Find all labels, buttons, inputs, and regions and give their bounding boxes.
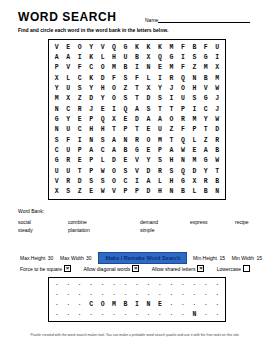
grid-cell: F — [108, 73, 119, 83]
option-force-to-be-square: Force to be square× — [20, 265, 71, 272]
grid-cell: T — [131, 83, 142, 93]
preview-empty-cell: · — [177, 309, 188, 319]
grid-cell: W — [97, 187, 108, 197]
grid-cell: T — [74, 166, 85, 176]
grid-cell: Q — [108, 42, 119, 52]
checkbox-label: Force to be square — [20, 266, 62, 272]
grid-cell: B — [212, 145, 223, 155]
grid-cell: U — [120, 52, 131, 62]
word-bank-word: combine — [68, 218, 140, 226]
grid-cell: U — [62, 125, 73, 135]
grid-cell: R — [62, 156, 73, 166]
preview-letter-cell: N — [143, 300, 154, 310]
preview-empty-cell: · — [74, 309, 85, 319]
preview-empty-cell: · — [166, 280, 177, 290]
preview-empty-cell: · — [62, 290, 73, 300]
grid-cell: V — [51, 176, 62, 186]
grid-cell: H — [85, 125, 96, 135]
min-height-control: Min Height 15 — [193, 255, 226, 261]
grid-cell: S — [166, 166, 177, 176]
grid-cell: J — [212, 104, 223, 114]
grid-cell: P — [120, 125, 131, 135]
grid-cell: V — [62, 63, 73, 73]
grid-cell: B — [200, 187, 211, 197]
grid-cell: L — [97, 156, 108, 166]
name-label: Name — [145, 17, 158, 23]
grid-cell: T — [212, 166, 223, 176]
grid-cell: I — [131, 63, 142, 73]
word-bank-word: simple — [140, 226, 190, 234]
grid-cell: G — [51, 156, 62, 166]
max-height-control: Max Height 30 — [20, 255, 54, 261]
grid-cell: B — [120, 63, 131, 73]
grid-cell: G — [166, 52, 177, 62]
preview-empty-cell: · — [131, 309, 142, 319]
grid-cell: L — [143, 73, 154, 83]
grid-cell: E — [62, 42, 73, 52]
preview-empty-cell: · — [51, 309, 62, 319]
page-title: WORD SEARCH — [18, 10, 117, 24]
grid-cell: Y — [85, 83, 96, 93]
grid-cell: G — [51, 114, 62, 124]
word-bank-column: recipe — [235, 218, 252, 234]
grid-cell: R — [166, 73, 177, 83]
word-bank-word: steady — [18, 226, 68, 234]
word-bank-columns: socialsteadycombineplantationdemandsimpl… — [18, 218, 252, 234]
grid-cell: H — [97, 125, 108, 135]
grid-cell: B — [177, 187, 188, 197]
grid-cell: O — [166, 114, 177, 124]
preview-empty-cell: · — [154, 290, 165, 300]
grid-cell: X — [143, 83, 154, 93]
grid-cell: M — [189, 156, 200, 166]
grid-cell: V — [51, 42, 62, 52]
grid-cell: A — [154, 114, 165, 124]
grid-cell: M — [108, 63, 119, 73]
grid-cell: G — [131, 145, 142, 155]
grid-cell: L — [154, 176, 165, 186]
grid-cell: O — [108, 166, 119, 176]
grid-cell: S — [51, 135, 62, 145]
preview-empty-cell: · — [154, 280, 165, 290]
grid-cell: H — [189, 83, 200, 93]
min-width-control: Min Width 15 — [232, 255, 263, 261]
grid-cell: C — [51, 145, 62, 155]
grid-cell: C — [200, 104, 211, 114]
grid-cell: F — [74, 63, 85, 73]
grid-cell: N — [212, 187, 223, 197]
grid-cell: F — [62, 135, 73, 145]
min-height-label: Min Height — [193, 255, 217, 261]
grid-cell: V — [131, 166, 142, 176]
grid-cell: L — [62, 73, 73, 83]
preview-letter-cell: M — [108, 300, 119, 310]
instructions-text: Find and circle each word in the word ba… — [18, 27, 168, 33]
grid-cell: D — [143, 187, 154, 197]
preview-empty-cell: · — [200, 280, 211, 290]
grid-cell: X — [143, 52, 154, 62]
grid-cell: Y — [97, 94, 108, 104]
grid-cell: I — [189, 104, 200, 114]
grid-cell: R — [212, 135, 223, 145]
preview-empty-cell: · — [200, 309, 211, 319]
name-blank-line — [158, 16, 250, 23]
grid-cell: M — [166, 42, 177, 52]
grid-cell: P — [85, 166, 96, 176]
grid-cell: T — [108, 125, 119, 135]
grid-cell: U — [154, 125, 165, 135]
grid-cell: N — [51, 104, 62, 114]
grid-cell: U — [62, 166, 73, 176]
grid-cell: Q — [177, 135, 188, 145]
preview-empty-cell: · — [177, 280, 188, 290]
grid-cell: W — [212, 156, 223, 166]
grid-cell: I — [131, 176, 142, 186]
preview-empty-cell: · — [189, 290, 200, 300]
grid-cell: E — [74, 156, 85, 166]
grid-cell: N — [85, 135, 96, 145]
word-bank-column: demandsimple — [140, 218, 190, 234]
grid-cell: S — [120, 166, 131, 176]
grid-cell: K — [85, 52, 96, 62]
grid-cell: F — [177, 125, 188, 135]
preview-empty-cell: · — [131, 290, 142, 300]
grid-cell: N — [143, 63, 154, 73]
preview-empty-cell: · — [200, 300, 211, 310]
grid-cell: C — [74, 73, 85, 83]
word-bank-word: social — [18, 218, 68, 226]
grid-cell: T — [166, 135, 177, 145]
grid-cell: A — [166, 145, 177, 155]
grid-cell: D — [189, 166, 200, 176]
grid-cell: S — [120, 94, 131, 104]
grid-cell: T — [154, 104, 165, 114]
grid-cell: Y — [200, 114, 211, 124]
max-width-value: 30 — [86, 255, 92, 261]
grid-cell: R — [154, 166, 165, 176]
preview-empty-cell: · — [85, 280, 96, 290]
max-height-value: 30 — [48, 255, 54, 261]
grid-cell: G — [200, 94, 211, 104]
footer-attribution: Puzzle created with the word search make… — [0, 333, 270, 337]
preview-empty-cell: · — [108, 290, 119, 300]
grid-cell: C — [74, 125, 85, 135]
word-bank-word: express — [190, 218, 235, 226]
checkbox[interactable]: × — [132, 265, 139, 272]
grid-cell: S — [120, 73, 131, 83]
grid-cell: T — [131, 94, 142, 104]
preview-empty-cell: · — [108, 280, 119, 290]
grid-cell: X — [212, 63, 223, 73]
grid-cell: Q — [177, 166, 188, 176]
grid-cell: I — [74, 52, 85, 62]
option-lowercase: Lowercase — [217, 265, 250, 272]
grid-cell: A — [108, 135, 119, 145]
preview-empty-cell: · — [154, 309, 165, 319]
min-height-value: 15 — [219, 255, 225, 261]
grid-cell: W — [97, 166, 108, 176]
grid-cell: V — [97, 42, 108, 52]
grid-cell: Z — [74, 94, 85, 104]
option-allow-shared-letters: Allow shared letters× — [152, 265, 205, 272]
grid-cell: D — [74, 176, 85, 186]
grid-cell: O — [177, 83, 188, 93]
grid-cell: D — [212, 125, 223, 135]
grid-cell: Y — [62, 114, 73, 124]
preview-empty-cell: · — [97, 280, 108, 290]
preview-empty-cell: · — [143, 280, 154, 290]
checkbox-label: Allow diagonal words — [83, 266, 130, 272]
grid-cell: Y — [200, 166, 211, 176]
make-remake-word-search-button[interactable]: Make / Remake Word Search — [98, 252, 187, 264]
grid-cell: E — [74, 114, 85, 124]
grid-cell: E — [189, 145, 200, 155]
grid-cell: H — [166, 176, 177, 186]
preview-empty-cell: · — [120, 280, 131, 290]
grid-cell: I — [177, 52, 188, 62]
preview-empty-cell: · — [62, 309, 73, 319]
max-width-label: Max Width — [60, 255, 84, 261]
grid-cell: O — [108, 176, 119, 186]
preview-empty-cell: · — [120, 290, 131, 300]
word-bank-column: socialsteady — [18, 218, 68, 234]
preview-empty-cell: · — [97, 309, 108, 319]
grid-cell: F — [177, 42, 188, 52]
grid-cell: H — [166, 156, 177, 166]
grid-cell: B — [200, 73, 211, 83]
checkbox[interactable]: × — [197, 265, 204, 272]
grid-cell: O — [97, 63, 108, 73]
grid-cell: M — [166, 63, 177, 73]
grid-cell: D — [143, 166, 154, 176]
grid-cell: O — [143, 135, 154, 145]
grid-cell: L — [97, 52, 108, 62]
preview-empty-cell: · — [62, 300, 73, 310]
preview-empty-cell: · — [212, 280, 223, 290]
size-controls-row: Max Height 30 Max Width 30 Make / Remake… — [20, 252, 263, 264]
grid-cell: R — [74, 104, 85, 114]
grid-cell: Z — [166, 125, 177, 135]
grid-cell: Y — [85, 42, 96, 52]
grid-cell: M — [154, 135, 165, 145]
name-field: Name — [145, 16, 250, 23]
preview-letter-cell: B — [120, 300, 131, 310]
preview-empty-cell: · — [74, 300, 85, 310]
grid-cell: I — [212, 52, 223, 62]
grid-cell: O — [108, 94, 119, 104]
grid-cell: Y — [51, 83, 62, 93]
preview-empty-cell: · — [85, 290, 96, 300]
word-bank-column: combineplantation — [68, 218, 140, 234]
grid-cell: X — [51, 187, 62, 197]
grid-cell: N — [177, 156, 188, 166]
grid-cell: Z — [74, 187, 85, 197]
grid-cell: S — [62, 187, 73, 197]
grid-cell: A — [85, 145, 96, 155]
grid-cell: U — [62, 145, 73, 155]
grid-cell: O — [74, 42, 85, 52]
grid-cell: I — [166, 94, 177, 104]
grid-cell: G — [200, 52, 211, 62]
grid-cell: K — [85, 73, 96, 83]
checkbox[interactable]: × — [64, 265, 71, 272]
option-allow-diagonal-words: Allow diagonal words× — [83, 265, 139, 272]
checkbox-label: Lowercase — [217, 266, 241, 272]
grid-cell: P — [154, 145, 165, 155]
grid-cell: J — [85, 104, 96, 114]
word-bank-column: express — [190, 218, 235, 234]
grid-cell: S — [154, 156, 165, 166]
main-grid: VEOYVQGKKKMFBFUAAIKLHUBXQGISGIPVFCOMBINE… — [48, 39, 226, 200]
preview-empty-cell: · — [74, 280, 85, 290]
preview-empty-cell: · — [51, 300, 62, 310]
grid-cell: H — [97, 83, 108, 93]
grid-cell: V — [131, 156, 142, 166]
grid-cell: G — [120, 42, 131, 52]
word-bank-word: recipe — [235, 218, 252, 226]
grid-cell: L — [189, 135, 200, 145]
grid-cell: E — [154, 63, 165, 73]
grid-cell: A — [51, 52, 62, 62]
grid-cell: D — [85, 94, 96, 104]
grid-cell: X — [189, 176, 200, 186]
grid-cell: G — [200, 156, 211, 166]
grid-cell: E — [97, 104, 108, 114]
grid-cell: T — [131, 125, 142, 135]
preview-empty-cell: · — [51, 280, 62, 290]
grid-cell: I — [154, 73, 165, 83]
grid-cell: F — [200, 42, 211, 52]
grid-cell: B — [212, 176, 223, 186]
grid-cell: P — [120, 187, 131, 197]
grid-cell: B — [131, 52, 142, 62]
grid-cell: W — [177, 145, 188, 155]
grid-cell: S — [143, 104, 154, 114]
grid-cell: S — [189, 94, 200, 104]
grid-cell: K — [131, 42, 142, 52]
preview-empty-cell: · — [108, 309, 119, 319]
grid-cell: V — [108, 187, 119, 197]
grid-cell: I — [108, 104, 119, 114]
grid-cell: P — [74, 145, 85, 155]
grid-cell: E — [143, 145, 154, 155]
grid-cell: H — [154, 187, 165, 197]
grid-cell: S — [154, 94, 165, 104]
grid-cell: P — [177, 104, 188, 114]
preview-letter-cell: C — [85, 300, 96, 310]
grid-cell: Q — [154, 52, 165, 62]
grid-cell: J — [166, 83, 177, 93]
grid-cell: P — [51, 63, 62, 73]
grid-cell: A — [131, 104, 142, 114]
grid-cell: C — [97, 145, 108, 155]
grid-cell: M — [200, 63, 211, 73]
preview-letter-cell: E — [154, 300, 165, 310]
preview-empty-cell: · — [177, 290, 188, 300]
grid-cell: M — [212, 73, 223, 83]
grid-cell: I — [74, 135, 85, 145]
preview-empty-cell: · — [120, 309, 131, 319]
options-row: Force to be square×Allow diagonal words×… — [20, 265, 250, 272]
checkbox[interactable] — [243, 265, 250, 272]
grid-cell: E — [120, 114, 131, 124]
grid-cell: S — [74, 83, 85, 93]
grid-cell: A — [143, 114, 154, 124]
grid-cell: H — [108, 52, 119, 62]
grid-cell: Q — [97, 114, 108, 124]
grid-cell: K — [143, 42, 154, 52]
grid-cell: F — [131, 73, 142, 83]
grid-cell: A — [108, 145, 119, 155]
grid-cell: Q — [177, 73, 188, 83]
max-width-control: Max Width 30 — [60, 255, 93, 261]
grid-cell: C — [120, 176, 131, 186]
grid-cell: R — [177, 114, 188, 124]
grid-cell: B — [120, 145, 131, 155]
grid-cell: N — [189, 73, 200, 83]
grid-cell: A — [62, 52, 73, 62]
preview-empty-cell: · — [212, 300, 223, 310]
grid-cell: U — [51, 166, 62, 176]
grid-cell: U — [212, 42, 223, 52]
grid-cell: C — [85, 63, 96, 73]
grid-cell: B — [189, 42, 200, 52]
preview-empty-cell: · — [177, 300, 188, 310]
grid-cell: K — [154, 42, 165, 52]
grid-cell: X — [51, 73, 62, 83]
grid-cell: R — [62, 176, 73, 186]
preview-empty-cell: · — [51, 290, 62, 300]
grid-cell: Z — [189, 63, 200, 73]
grid-cell: D — [97, 73, 108, 83]
grid-cell: J — [212, 94, 223, 104]
grid-cell: D — [143, 94, 154, 104]
grid-cell: N — [166, 187, 177, 197]
grid-cell: S — [189, 52, 200, 62]
grid-cell: S — [97, 176, 108, 186]
preview-empty-cell: · — [85, 309, 96, 319]
preview-empty-cell: · — [62, 280, 73, 290]
grid-cell: U — [62, 83, 73, 93]
grid-cell: V — [200, 83, 211, 93]
preview-empty-cell: · — [166, 290, 177, 300]
preview-letter-cell: I — [131, 300, 142, 310]
grid-cell: N — [51, 125, 62, 135]
grid-cell: E — [85, 187, 96, 197]
grid-cell: X — [62, 94, 73, 104]
grid-cell: Z — [200, 135, 211, 145]
preview-letter-cell: N — [189, 309, 200, 319]
preview-empty-cell: · — [212, 309, 223, 319]
grid-cell: T — [166, 104, 177, 114]
grid-cell: L — [189, 187, 200, 197]
preview-empty-cell: · — [97, 290, 108, 300]
preview-letter-cell: O — [97, 300, 108, 310]
grid-cell: D — [108, 156, 119, 166]
preview-empty-cell: · — [131, 280, 142, 290]
min-width-value: 15 — [256, 255, 262, 261]
checkbox-label: Allow shared letters — [152, 266, 196, 272]
grid-cell: X — [108, 114, 119, 124]
grid-cell: P — [85, 114, 96, 124]
grid-cell: R — [200, 176, 211, 186]
preview-empty-cell: · — [166, 300, 177, 310]
grid-cell: U — [177, 94, 188, 104]
grid-cell: Q — [120, 104, 131, 114]
grid-cell: G — [177, 176, 188, 186]
word-bank-label: Word Bank: — [18, 208, 44, 214]
word-search-worksheet: WORD SEARCH Name Find and circle each wo… — [0, 0, 270, 350]
